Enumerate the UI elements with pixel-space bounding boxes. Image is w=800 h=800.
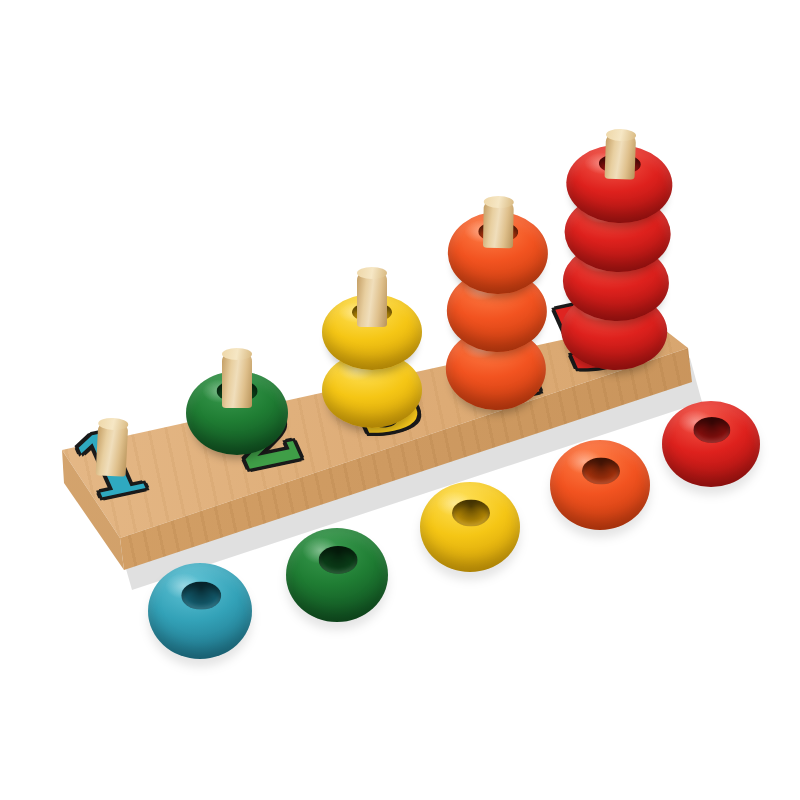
counting-toy-scene: 1 2 3 4 5	[0, 0, 800, 800]
ring-hole-icon	[693, 417, 730, 443]
ring-hole-icon	[582, 457, 620, 484]
peg-5[interactable]	[605, 131, 637, 180]
peg-3-stack	[322, 267, 422, 428]
peg-4-stack	[445, 195, 549, 411]
peg-4[interactable]	[483, 198, 514, 249]
loose-ring-red[interactable]	[662, 401, 760, 487]
ring-hole-icon	[452, 499, 490, 526]
peg-2-stack	[186, 346, 288, 455]
ring-hole-icon	[319, 546, 358, 574]
peg-1[interactable]	[96, 419, 129, 476]
loose-ring-teal[interactable]	[148, 563, 252, 659]
peg-2[interactable]	[222, 350, 252, 408]
ring-hole-icon	[181, 581, 221, 610]
loose-ring-green[interactable]	[286, 528, 388, 622]
peg-3[interactable]	[357, 269, 387, 327]
peg-5-stack	[560, 130, 674, 372]
loose-ring-yellow[interactable]	[420, 482, 520, 572]
loose-ring-orange[interactable]	[550, 440, 650, 530]
